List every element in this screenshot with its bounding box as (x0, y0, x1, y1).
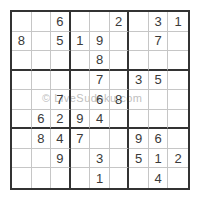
cell-r8c6[interactable] (110, 149, 130, 169)
cell-r2c2[interactable] (32, 32, 52, 52)
cell-r2c1[interactable]: 8 (12, 32, 32, 52)
cell-r7c9[interactable] (168, 129, 188, 149)
cell-r9c5[interactable]: 1 (90, 168, 110, 188)
cell-r1c2[interactable] (32, 12, 52, 32)
cell-r2c4[interactable]: 1 (71, 32, 91, 52)
cell-r3c7[interactable] (129, 51, 149, 71)
cell-r5c9[interactable] (168, 90, 188, 110)
cell-r8c4[interactable] (71, 149, 91, 169)
cell-r6c2[interactable]: 6 (32, 110, 52, 130)
sudoku-page: © LiveSudoku.com 62318519787357686294847… (0, 0, 200, 200)
cell-r8c8[interactable]: 1 (149, 149, 169, 169)
cell-r6c1[interactable] (12, 110, 32, 130)
cell-r3c5[interactable]: 8 (90, 51, 110, 71)
cell-r2c3[interactable]: 5 (51, 32, 71, 52)
cell-r5c4[interactable] (71, 90, 91, 110)
cell-r1c6[interactable]: 2 (110, 12, 130, 32)
cell-r7c8[interactable]: 6 (149, 129, 169, 149)
cell-r2c5[interactable]: 9 (90, 32, 110, 52)
sudoku-board: 62318519787357686294847969351214 (10, 10, 190, 190)
cell-r1c7[interactable] (129, 12, 149, 32)
cell-r5c6[interactable]: 8 (110, 90, 130, 110)
cell-r9c2[interactable] (32, 168, 52, 188)
cell-r6c4[interactable]: 9 (71, 110, 91, 130)
cell-r5c2[interactable] (32, 90, 52, 110)
cell-r6c5[interactable]: 4 (90, 110, 110, 130)
cell-r1c9[interactable]: 1 (168, 12, 188, 32)
cell-r3c6[interactable] (110, 51, 130, 71)
cell-r5c7[interactable] (129, 90, 149, 110)
cell-r5c1[interactable] (12, 90, 32, 110)
cell-r7c1[interactable] (12, 129, 32, 149)
cell-r8c9[interactable]: 2 (168, 149, 188, 169)
cell-r2c9[interactable] (168, 32, 188, 52)
cell-r9c7[interactable] (129, 168, 149, 188)
cell-r4c3[interactable] (51, 71, 71, 91)
cell-r9c8[interactable]: 4 (149, 168, 169, 188)
cell-r3c4[interactable] (71, 51, 91, 71)
cell-r4c4[interactable] (71, 71, 91, 91)
cell-r4c1[interactable] (12, 71, 32, 91)
cell-r1c1[interactable] (12, 12, 32, 32)
cell-r8c5[interactable]: 3 (90, 149, 110, 169)
cell-r1c5[interactable] (90, 12, 110, 32)
cell-r8c1[interactable] (12, 149, 32, 169)
cell-r6c7[interactable] (129, 110, 149, 130)
cell-r9c1[interactable] (12, 168, 32, 188)
cell-r2c6[interactable] (110, 32, 130, 52)
cell-r8c7[interactable]: 5 (129, 149, 149, 169)
cell-r5c5[interactable]: 6 (90, 90, 110, 110)
cell-r7c7[interactable]: 9 (129, 129, 149, 149)
cell-r3c8[interactable] (149, 51, 169, 71)
cell-r5c3[interactable]: 7 (51, 90, 71, 110)
cell-r9c9[interactable] (168, 168, 188, 188)
cell-r4c9[interactable] (168, 71, 188, 91)
cell-r7c2[interactable]: 8 (32, 129, 52, 149)
cell-r6c8[interactable] (149, 110, 169, 130)
cell-r1c3[interactable]: 6 (51, 12, 71, 32)
cell-r9c3[interactable] (51, 168, 71, 188)
cell-r8c2[interactable] (32, 149, 52, 169)
cell-r4c2[interactable] (32, 71, 52, 91)
cell-r3c2[interactable] (32, 51, 52, 71)
cell-r9c4[interactable] (71, 168, 91, 188)
cell-r7c3[interactable]: 4 (51, 129, 71, 149)
cell-r7c5[interactable] (90, 129, 110, 149)
cell-r7c4[interactable]: 7 (71, 129, 91, 149)
cell-r4c5[interactable]: 7 (90, 71, 110, 91)
cell-r1c8[interactable]: 3 (149, 12, 169, 32)
cell-r9c6[interactable] (110, 168, 130, 188)
cell-r4c8[interactable]: 5 (149, 71, 169, 91)
cell-r3c1[interactable] (12, 51, 32, 71)
cell-r2c7[interactable] (129, 32, 149, 52)
cell-r3c3[interactable] (51, 51, 71, 71)
cell-r5c8[interactable] (149, 90, 169, 110)
cell-r6c3[interactable]: 2 (51, 110, 71, 130)
cell-r1c4[interactable] (71, 12, 91, 32)
cell-r7c6[interactable] (110, 129, 130, 149)
cell-r2c8[interactable]: 7 (149, 32, 169, 52)
cell-r6c9[interactable] (168, 110, 188, 130)
cell-r4c7[interactable]: 3 (129, 71, 149, 91)
cell-r6c6[interactable] (110, 110, 130, 130)
cell-r3c9[interactable] (168, 51, 188, 71)
cell-r8c3[interactable]: 9 (51, 149, 71, 169)
cell-r4c6[interactable] (110, 71, 130, 91)
